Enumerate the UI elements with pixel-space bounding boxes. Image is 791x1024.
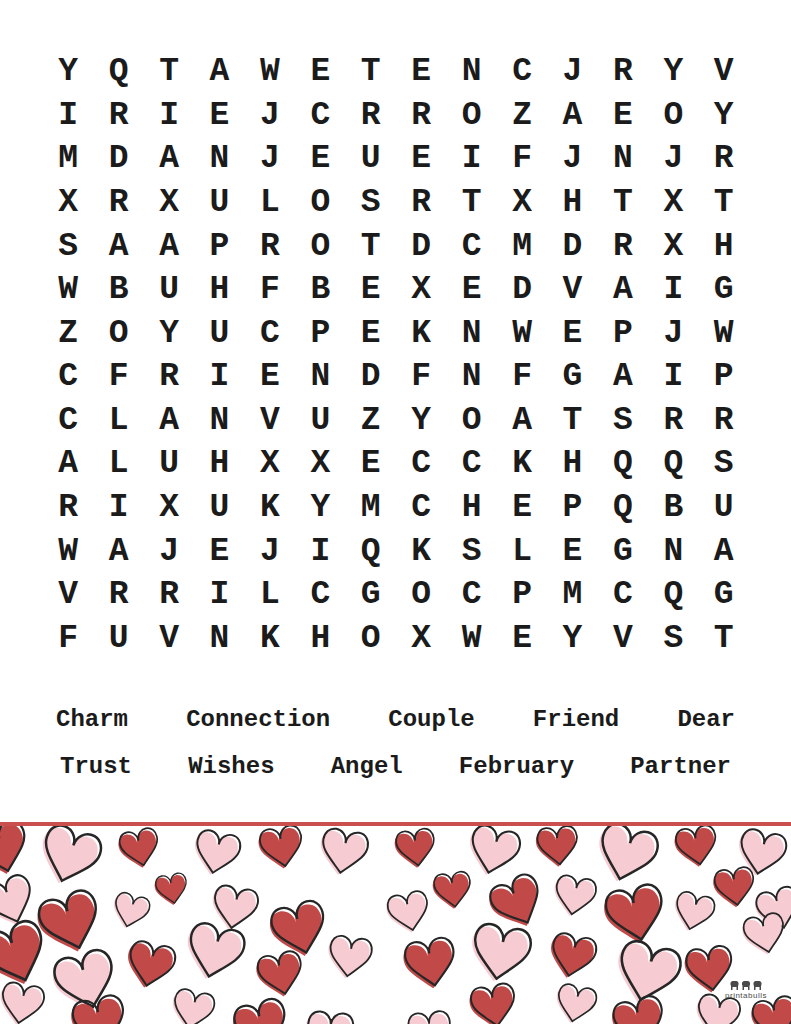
grid-cell[interactable]: M bbox=[43, 137, 93, 181]
grid-cell[interactable]: E bbox=[598, 94, 648, 138]
grid-cell[interactable]: J bbox=[648, 137, 698, 181]
grid-cell[interactable]: E bbox=[497, 486, 547, 530]
grid-cell[interactable]: R bbox=[144, 355, 194, 399]
word-list-item: Couple bbox=[388, 706, 474, 733]
grid-cell[interactable]: A bbox=[598, 268, 648, 312]
grid-cell[interactable]: U bbox=[194, 181, 244, 225]
heart-icon bbox=[467, 982, 519, 1024]
grid-cell[interactable]: Z bbox=[346, 399, 396, 443]
grid-cell[interactable]: Y bbox=[144, 311, 194, 355]
grid-cell[interactable]: N bbox=[194, 137, 244, 181]
grid-cell[interactable]: P bbox=[295, 311, 345, 355]
word-list-item: Dear bbox=[677, 706, 735, 733]
grid-cell[interactable]: A bbox=[598, 355, 648, 399]
grid-cell[interactable]: I bbox=[648, 355, 698, 399]
grid-cell[interactable]: P bbox=[699, 355, 749, 399]
heart-icon bbox=[406, 1010, 453, 1024]
heart-icon bbox=[466, 921, 533, 986]
heart-icon bbox=[712, 866, 757, 910]
grid-cell[interactable]: R bbox=[396, 181, 446, 225]
grid-cell[interactable]: C bbox=[446, 224, 496, 268]
heart-icon bbox=[672, 826, 720, 870]
grid-cell[interactable]: T bbox=[547, 399, 597, 443]
grid-cell[interactable]: W bbox=[245, 50, 295, 94]
grid-cell[interactable]: P bbox=[598, 311, 648, 355]
grid-cell[interactable]: E bbox=[194, 94, 244, 138]
heart-icon bbox=[401, 936, 459, 993]
grid-cell[interactable]: Z bbox=[497, 94, 547, 138]
heart-icon bbox=[189, 828, 242, 880]
heart-icon bbox=[545, 931, 598, 983]
grid-cell[interactable]: A bbox=[699, 529, 749, 573]
grid-cell[interactable]: S bbox=[699, 442, 749, 486]
grid-cell[interactable]: D bbox=[497, 268, 547, 312]
grid-cell[interactable]: Q bbox=[93, 50, 143, 94]
grid-cell[interactable]: A bbox=[144, 224, 194, 268]
grid-cell[interactable]: K bbox=[245, 486, 295, 530]
word-list-item: Angel bbox=[331, 753, 403, 780]
word-list-item: February bbox=[459, 753, 574, 780]
word-list-item: Trust bbox=[60, 753, 132, 780]
grid-cell[interactable]: J bbox=[648, 311, 698, 355]
grid-cell[interactable]: C bbox=[245, 311, 295, 355]
heart-icon bbox=[254, 949, 307, 1001]
grid-cell[interactable]: V bbox=[144, 616, 194, 660]
grid-cell[interactable]: E bbox=[346, 311, 396, 355]
grid-cell[interactable]: E bbox=[446, 268, 496, 312]
grid-cell[interactable]: U bbox=[699, 486, 749, 530]
grid-cell[interactable]: X bbox=[648, 224, 698, 268]
grid-cell[interactable]: R bbox=[396, 94, 446, 138]
grid-cell[interactable]: R bbox=[144, 573, 194, 617]
grid-cell[interactable]: U bbox=[144, 268, 194, 312]
grid-cell[interactable]: L bbox=[93, 442, 143, 486]
grid-cell[interactable]: E bbox=[346, 442, 396, 486]
grid-cell[interactable]: T bbox=[699, 181, 749, 225]
heart-icon bbox=[393, 827, 437, 870]
grid-cell[interactable]: F bbox=[497, 355, 547, 399]
grid-cell[interactable]: K bbox=[396, 529, 446, 573]
word-list-item: Friend bbox=[533, 706, 619, 733]
word-search-grid: YQTAWETENCJRYVIRIEJCRROZAEOYMDANJEUEIFJN… bbox=[43, 50, 749, 660]
heart-icon bbox=[550, 874, 598, 920]
grid-cell[interactable]: H bbox=[194, 268, 244, 312]
hearts-pattern bbox=[0, 826, 791, 1024]
grid-cell[interactable]: W bbox=[497, 311, 547, 355]
grid-cell[interactable]: N bbox=[446, 50, 496, 94]
grid-cell[interactable]: T bbox=[346, 50, 396, 94]
grid-cell[interactable]: J bbox=[547, 50, 597, 94]
heart-icon bbox=[463, 826, 523, 881]
grid-cell[interactable]: X bbox=[648, 181, 698, 225]
grid-cell[interactable]: S bbox=[43, 224, 93, 268]
grid-cell[interactable]: L bbox=[497, 529, 547, 573]
grid-cell[interactable]: Q bbox=[598, 442, 648, 486]
grid-cell[interactable]: U bbox=[295, 399, 345, 443]
grid-cell[interactable]: D bbox=[93, 137, 143, 181]
grid-cell[interactable]: R bbox=[346, 94, 396, 138]
grid-cell[interactable]: X bbox=[43, 181, 93, 225]
grid-cell[interactable]: J bbox=[245, 529, 295, 573]
grid-cell[interactable]: W bbox=[699, 311, 749, 355]
grid-cell[interactable]: E bbox=[547, 529, 597, 573]
grid-cell[interactable]: N bbox=[194, 399, 244, 443]
grid-cell[interactable]: K bbox=[245, 616, 295, 660]
heart-icon bbox=[304, 1010, 355, 1024]
grid-cell[interactable]: Q bbox=[346, 529, 396, 573]
grid-cell[interactable]: Y bbox=[699, 94, 749, 138]
heart-icon bbox=[484, 871, 551, 936]
grid-cell[interactable]: I bbox=[144, 94, 194, 138]
grid-cell[interactable]: Z bbox=[43, 311, 93, 355]
grid-cell[interactable]: P bbox=[194, 224, 244, 268]
grid-cell[interactable]: R bbox=[245, 224, 295, 268]
grid-cell[interactable]: Y bbox=[396, 399, 446, 443]
heart-icon bbox=[669, 889, 716, 935]
word-list-item: Wishes bbox=[188, 753, 274, 780]
heart-icon bbox=[266, 898, 332, 963]
grid-cell[interactable]: J bbox=[245, 94, 295, 138]
grid-cell[interactable]: C bbox=[43, 355, 93, 399]
heart-icon bbox=[325, 934, 374, 981]
grid-cell[interactable]: J bbox=[245, 137, 295, 181]
grid-cell[interactable]: R bbox=[648, 399, 698, 443]
grid-cell[interactable]: L bbox=[245, 181, 295, 225]
grid-cell[interactable]: V bbox=[43, 573, 93, 617]
bulls-icon bbox=[729, 980, 763, 991]
grid-cell[interactable]: K bbox=[396, 311, 446, 355]
heart-icon bbox=[208, 884, 260, 934]
heart-icon bbox=[122, 939, 177, 993]
grid-cell[interactable]: Y bbox=[547, 616, 597, 660]
heart-icon bbox=[229, 996, 293, 1024]
grid-cell[interactable]: A bbox=[497, 399, 547, 443]
grid-cell[interactable]: H bbox=[699, 224, 749, 268]
grid-cell[interactable]: V bbox=[245, 399, 295, 443]
grid-cell[interactable]: X bbox=[245, 442, 295, 486]
grid-cell[interactable]: F bbox=[497, 137, 547, 181]
grid-cell[interactable]: C bbox=[295, 573, 345, 617]
grid-cell[interactable]: V bbox=[598, 616, 648, 660]
grid-cell[interactable]: I bbox=[194, 573, 244, 617]
grid-cell[interactable]: G bbox=[346, 573, 396, 617]
grid-cell[interactable]: A bbox=[547, 94, 597, 138]
grid-cell[interactable]: X bbox=[144, 486, 194, 530]
heart-icon bbox=[153, 872, 190, 908]
grid-cell[interactable]: F bbox=[245, 268, 295, 312]
grid-cell[interactable]: Y bbox=[43, 50, 93, 94]
grid-cell[interactable]: U bbox=[194, 486, 244, 530]
grid-cell[interactable]: E bbox=[346, 268, 396, 312]
grid-cell[interactable]: E bbox=[295, 137, 345, 181]
grid-cell[interactable]: N bbox=[295, 355, 345, 399]
heart-icon bbox=[384, 889, 433, 936]
grid-cell[interactable]: S bbox=[346, 181, 396, 225]
heart-icon bbox=[431, 870, 473, 911]
grid-cell[interactable]: T bbox=[144, 50, 194, 94]
word-list-item: Partner bbox=[630, 753, 731, 780]
grid-cell[interactable]: B bbox=[93, 268, 143, 312]
grid-cell[interactable]: Q bbox=[648, 573, 698, 617]
grid-cell[interactable]: U bbox=[194, 311, 244, 355]
grid-cell[interactable]: B bbox=[648, 486, 698, 530]
grid-cell[interactable]: I bbox=[648, 268, 698, 312]
grid-cell[interactable]: E bbox=[396, 137, 446, 181]
heart-icon bbox=[0, 981, 46, 1024]
grid-cell[interactable]: R bbox=[93, 94, 143, 138]
grid-cell[interactable]: N bbox=[194, 616, 244, 660]
grid-cell[interactable]: R bbox=[93, 573, 143, 617]
grid-cell[interactable]: C bbox=[497, 50, 547, 94]
grid-cell[interactable]: J bbox=[547, 137, 597, 181]
grid-cell[interactable]: E bbox=[194, 529, 244, 573]
grid-cell[interactable]: W bbox=[446, 616, 496, 660]
grid-cell[interactable]: T bbox=[346, 224, 396, 268]
grid-cell[interactable]: M bbox=[346, 486, 396, 530]
grid-cell[interactable]: R bbox=[93, 181, 143, 225]
grid-cell[interactable]: O bbox=[446, 94, 496, 138]
grid-cell[interactable]: D bbox=[396, 224, 446, 268]
grid-cell[interactable]: E bbox=[497, 616, 547, 660]
grid-cell[interactable]: V bbox=[699, 50, 749, 94]
grid-cell[interactable]: O bbox=[648, 94, 698, 138]
heart-icon bbox=[552, 982, 598, 1024]
grid-cell[interactable]: O bbox=[295, 224, 345, 268]
grid-cell[interactable]: X bbox=[396, 616, 446, 660]
grid-cell[interactable]: A bbox=[144, 399, 194, 443]
heart-icon bbox=[590, 826, 661, 890]
grid-cell[interactable]: A bbox=[43, 442, 93, 486]
grid-cell[interactable]: L bbox=[93, 399, 143, 443]
grid-cell[interactable]: A bbox=[93, 529, 143, 573]
grid-cell[interactable]: P bbox=[547, 486, 597, 530]
grid-cell[interactable]: E bbox=[396, 50, 446, 94]
grid-cell[interactable]: G bbox=[699, 573, 749, 617]
grid-cell[interactable]: N bbox=[446, 355, 496, 399]
grid-cell[interactable]: C bbox=[446, 442, 496, 486]
grid-cell[interactable]: A bbox=[93, 224, 143, 268]
grid-cell[interactable]: T bbox=[446, 181, 496, 225]
word-search-page: YQTAWETENCJRYVIRIEJCRROZAEOYMDANJEUEIFJN… bbox=[0, 0, 791, 1024]
heart-icon bbox=[740, 911, 789, 958]
heart-icon bbox=[256, 826, 306, 872]
grid-cell[interactable]: I bbox=[194, 355, 244, 399]
grid-cell[interactable]: Q bbox=[598, 486, 648, 530]
grid-cell[interactable]: F bbox=[396, 355, 446, 399]
grid-cell[interactable]: O bbox=[396, 573, 446, 617]
grid-cell[interactable]: O bbox=[93, 311, 143, 355]
grid-cell[interactable]: Q bbox=[648, 442, 698, 486]
grid-cell[interactable]: G bbox=[699, 268, 749, 312]
grid-cell[interactable]: R bbox=[699, 399, 749, 443]
heart-icon bbox=[32, 826, 105, 892]
grid-cell[interactable]: N bbox=[648, 529, 698, 573]
grid-cell[interactable]: C bbox=[43, 399, 93, 443]
grid-cell[interactable]: Y bbox=[295, 486, 345, 530]
footer-decoration: printabulls bbox=[0, 822, 791, 1024]
grid-cell[interactable]: T bbox=[598, 181, 648, 225]
heart-icon bbox=[168, 987, 217, 1024]
grid-cell[interactable]: X bbox=[396, 268, 446, 312]
grid-cell[interactable]: H bbox=[194, 442, 244, 486]
grid-cell[interactable]: Y bbox=[648, 50, 698, 94]
grid-cell[interactable]: S bbox=[648, 616, 698, 660]
grid-cell[interactable]: W bbox=[43, 268, 93, 312]
heart-icon bbox=[180, 920, 248, 986]
grid-cell[interactable]: P bbox=[497, 573, 547, 617]
grid-cell[interactable]: E bbox=[547, 311, 597, 355]
grid-cell[interactable]: R bbox=[598, 50, 648, 94]
grid-cell[interactable]: N bbox=[598, 137, 648, 181]
grid-cell[interactable]: G bbox=[547, 355, 597, 399]
grid-cell[interactable]: I bbox=[295, 529, 345, 573]
grid-cell[interactable]: C bbox=[396, 442, 446, 486]
heart-icon bbox=[0, 826, 33, 881]
grid-cell[interactable]: F bbox=[43, 616, 93, 660]
grid-cell[interactable]: O bbox=[346, 616, 396, 660]
grid-cell[interactable]: U bbox=[346, 137, 396, 181]
grid-cell[interactable]: R bbox=[43, 486, 93, 530]
word-list-item: Charm bbox=[56, 706, 128, 733]
grid-cell[interactable]: V bbox=[547, 268, 597, 312]
grid-cell[interactable]: S bbox=[446, 529, 496, 573]
word-list-row-2: TrustWishesAngelFebruaryPartner bbox=[0, 745, 791, 787]
grid-cell[interactable]: X bbox=[144, 181, 194, 225]
grid-cell[interactable]: D bbox=[346, 355, 396, 399]
word-list-row-1: CharmConnectionCoupleFriendDear bbox=[0, 698, 791, 740]
grid-cell[interactable]: A bbox=[144, 137, 194, 181]
grid-cell[interactable]: T bbox=[699, 616, 749, 660]
grid-cell[interactable]: X bbox=[295, 442, 345, 486]
heart-icon bbox=[108, 890, 151, 932]
grid-cell[interactable]: A bbox=[194, 50, 244, 94]
logo-text: printabulls bbox=[712, 992, 780, 1000]
grid-cell[interactable]: F bbox=[93, 355, 143, 399]
grid-cell[interactable]: N bbox=[446, 311, 496, 355]
printabulls-logo: printabulls bbox=[712, 980, 780, 1000]
grid-cell[interactable]: W bbox=[43, 529, 93, 573]
grid-cell[interactable]: G bbox=[598, 529, 648, 573]
heart-icon bbox=[116, 826, 162, 871]
grid-cell[interactable]: I bbox=[43, 94, 93, 138]
grid-cell[interactable]: U bbox=[93, 616, 143, 660]
grid-cell[interactable]: R bbox=[598, 224, 648, 268]
grid-cell[interactable]: X bbox=[497, 181, 547, 225]
grid-cell[interactable]: H bbox=[295, 616, 345, 660]
grid-cell[interactable]: O bbox=[446, 399, 496, 443]
heart-icon bbox=[535, 826, 580, 869]
grid-cell[interactable]: R bbox=[699, 137, 749, 181]
grid-cell[interactable]: B bbox=[295, 268, 345, 312]
grid-cell[interactable]: C bbox=[446, 573, 496, 617]
grid-cell[interactable]: E bbox=[245, 355, 295, 399]
grid-cell[interactable]: O bbox=[295, 181, 345, 225]
grid-cell[interactable]: J bbox=[144, 529, 194, 573]
heart-icon bbox=[601, 882, 670, 949]
word-list-item: Connection bbox=[186, 706, 330, 733]
heart-icon bbox=[316, 827, 370, 879]
grid-cell[interactable]: I bbox=[446, 137, 496, 181]
grid-cell[interactable]: C bbox=[396, 486, 446, 530]
grid-cell[interactable]: H bbox=[547, 442, 597, 486]
grid-cell[interactable]: H bbox=[547, 181, 597, 225]
grid-cell[interactable]: D bbox=[547, 224, 597, 268]
grid-cell[interactable]: M bbox=[547, 573, 597, 617]
grid-cell[interactable]: M bbox=[497, 224, 547, 268]
grid-cell[interactable]: C bbox=[295, 94, 345, 138]
grid-cell[interactable]: U bbox=[144, 442, 194, 486]
grid-cell[interactable]: E bbox=[295, 50, 345, 94]
grid-cell[interactable]: H bbox=[446, 486, 496, 530]
grid-cell[interactable]: K bbox=[497, 442, 547, 486]
grid-cell[interactable]: S bbox=[598, 399, 648, 443]
grid-cell[interactable]: C bbox=[598, 573, 648, 617]
grid-cell[interactable]: I bbox=[93, 486, 143, 530]
grid-cell[interactable]: L bbox=[245, 573, 295, 617]
